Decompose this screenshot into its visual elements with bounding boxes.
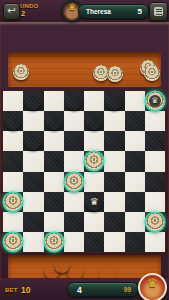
cream-man-a1[interactable] <box>4 233 22 251</box>
square-f7 <box>104 111 124 131</box>
square-f6[interactable] <box>104 131 124 151</box>
square-e1[interactable] <box>84 232 104 252</box>
square-g8 <box>125 91 145 111</box>
cream-king-h8[interactable]: ♛ <box>146 92 164 110</box>
square-a5[interactable] <box>3 151 23 171</box>
square-g3[interactable] <box>125 192 145 212</box>
square-d3 <box>64 192 84 212</box>
bet-value: 10 <box>21 285 30 295</box>
undo-count: 2 <box>21 9 25 18</box>
captured-cream-piece <box>144 65 160 81</box>
square-g5[interactable] <box>125 151 145 171</box>
board: ♛♛ <box>3 91 165 252</box>
player-captured-count: 4 <box>68 285 124 295</box>
square-c4 <box>44 172 64 192</box>
square-d1 <box>64 232 84 252</box>
square-g7[interactable] <box>125 111 145 131</box>
opponent-name: Theresa <box>79 8 138 15</box>
king-crown-badge: ♛ <box>149 95 161 107</box>
square-c2 <box>44 212 64 232</box>
square-h5 <box>145 151 165 171</box>
crown-icon: ♛ <box>68 3 76 12</box>
square-d2[interactable] <box>64 212 84 232</box>
captured-cream-piece <box>107 66 123 82</box>
top-bar: ↩ UNDO 2 ♛ Theresa 5 <box>0 0 169 22</box>
red-man-d8[interactable] <box>65 92 83 110</box>
square-e6 <box>84 131 104 151</box>
cream-man-h2[interactable] <box>146 213 164 231</box>
square-c3[interactable] <box>44 192 64 212</box>
player-level: 99 <box>124 286 138 293</box>
square-e4 <box>84 172 104 192</box>
square-c8 <box>44 91 64 111</box>
square-d5 <box>64 151 84 171</box>
cream-man-a3[interactable] <box>4 193 22 211</box>
opponent-captured-count: 5 <box>138 7 148 16</box>
square-e8 <box>84 91 104 111</box>
undo-button[interactable]: ↩ <box>3 3 20 20</box>
cream-man-d4[interactable] <box>65 173 83 191</box>
square-c6 <box>44 131 64 151</box>
square-b3 <box>23 192 43 212</box>
square-f5 <box>104 151 124 171</box>
square-h6[interactable] <box>145 131 165 151</box>
square-b4[interactable] <box>23 172 43 192</box>
bet-label: BET <box>5 287 18 293</box>
square-b7 <box>23 111 43 131</box>
checkers-app: ♛♛ ↩ UNDO 2 ♛ Theresa 5 BET 10 4 99 ♛ <box>0 0 169 300</box>
square-h1 <box>145 232 165 252</box>
square-h4[interactable] <box>145 172 165 192</box>
hamburger-icon <box>154 7 163 16</box>
square-d6[interactable] <box>64 131 84 151</box>
square-f2[interactable] <box>104 212 124 232</box>
square-f1 <box>104 232 124 252</box>
square-f3 <box>104 192 124 212</box>
undo-arrow-icon: ↩ <box>7 6 15 16</box>
crown-icon: ♛ <box>147 277 158 289</box>
crown-icon: ♛ <box>151 97 158 105</box>
red-king-e3[interactable]: ♛ <box>85 193 103 211</box>
captured-red-piece <box>44 263 60 279</box>
wood-frame: ♛♛ <box>0 22 169 278</box>
square-g6 <box>125 131 145 151</box>
square-d7 <box>64 111 84 131</box>
square-a4 <box>3 172 23 192</box>
square-g4 <box>125 172 145 192</box>
opponent-info-pill: Theresa 5 <box>78 4 149 19</box>
square-h3 <box>145 192 165 212</box>
square-b5 <box>23 151 43 171</box>
crown-icon: ♛ <box>90 197 99 207</box>
menu-button[interactable] <box>149 2 168 21</box>
square-b2[interactable] <box>23 212 43 232</box>
cream-man-c1[interactable] <box>45 233 63 251</box>
square-a6 <box>3 131 23 151</box>
square-a2 <box>3 212 23 232</box>
square-b1 <box>23 232 43 252</box>
captured-tray-top <box>8 52 161 87</box>
red-man-c7[interactable] <box>45 112 63 130</box>
square-a8 <box>3 91 23 111</box>
square-e2 <box>84 212 104 232</box>
square-g2 <box>125 212 145 232</box>
square-g1[interactable] <box>125 232 145 252</box>
square-h7 <box>145 111 165 131</box>
captured-cream-piece <box>13 64 29 80</box>
player-avatar[interactable]: ♛ <box>138 273 167 300</box>
player-info-pill: 4 99 <box>67 282 139 297</box>
square-f4[interactable] <box>104 172 124 192</box>
square-c5[interactable] <box>44 151 64 171</box>
